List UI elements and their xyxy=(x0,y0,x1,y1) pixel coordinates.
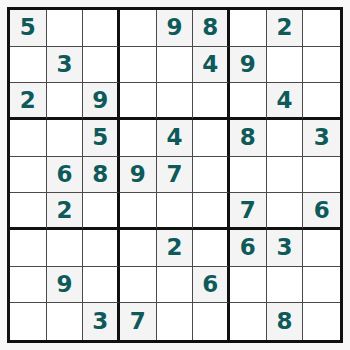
cell-r2c3[interactable] xyxy=(83,47,120,84)
cell-r4c9[interactable]: 3 xyxy=(303,120,340,157)
cell-r8c7[interactable] xyxy=(230,267,267,304)
cell-r5c7[interactable] xyxy=(230,157,267,194)
cell-r1c8[interactable]: 2 xyxy=(267,10,304,47)
cell-r2c7[interactable]: 9 xyxy=(230,47,267,84)
cell-r6c4[interactable] xyxy=(120,193,157,230)
cell-r4c1[interactable] xyxy=(10,120,47,157)
cell-r4c7[interactable]: 8 xyxy=(230,120,267,157)
cell-r4c2[interactable] xyxy=(47,120,84,157)
cell-r2c2[interactable]: 3 xyxy=(47,47,84,84)
cell-r4c8[interactable] xyxy=(267,120,304,157)
cell-r6c8[interactable] xyxy=(267,193,304,230)
cell-r5c2[interactable]: 6 xyxy=(47,157,84,194)
cell-r6c3[interactable] xyxy=(83,193,120,230)
cell-r5c9[interactable] xyxy=(303,157,340,194)
cell-r6c2[interactable]: 2 xyxy=(47,193,84,230)
cell-r9c4[interactable]: 7 xyxy=(120,303,157,340)
cell-r7c2[interactable] xyxy=(47,230,84,267)
cell-r2c5[interactable] xyxy=(157,47,194,84)
cell-r9c6[interactable] xyxy=(193,303,230,340)
cell-r1c2[interactable] xyxy=(47,10,84,47)
cell-r2c6[interactable]: 4 xyxy=(193,47,230,84)
cell-r3c3[interactable]: 9 xyxy=(83,83,120,120)
cell-r3c4[interactable] xyxy=(120,83,157,120)
cell-r6c7[interactable]: 7 xyxy=(230,193,267,230)
cell-r7c6[interactable] xyxy=(193,230,230,267)
cell-r3c7[interactable] xyxy=(230,83,267,120)
cell-r8c2[interactable]: 9 xyxy=(47,267,84,304)
cell-r2c1[interactable] xyxy=(10,47,47,84)
cell-r1c7[interactable] xyxy=(230,10,267,47)
cell-r3c6[interactable] xyxy=(193,83,230,120)
cell-r7c9[interactable] xyxy=(303,230,340,267)
cell-r8c8[interactable] xyxy=(267,267,304,304)
cell-r9c8[interactable]: 8 xyxy=(267,303,304,340)
cell-r2c4[interactable] xyxy=(120,47,157,84)
cell-r7c3[interactable] xyxy=(83,230,120,267)
cell-r8c6[interactable]: 6 xyxy=(193,267,230,304)
cell-r3c8[interactable]: 4 xyxy=(267,83,304,120)
cell-r1c4[interactable] xyxy=(120,10,157,47)
cell-r8c3[interactable] xyxy=(83,267,120,304)
cell-r6c9[interactable]: 6 xyxy=(303,193,340,230)
cell-r8c1[interactable] xyxy=(10,267,47,304)
cell-r3c9[interactable] xyxy=(303,83,340,120)
cell-r3c5[interactable] xyxy=(157,83,194,120)
cell-r5c1[interactable] xyxy=(10,157,47,194)
cell-r9c3[interactable]: 3 xyxy=(83,303,120,340)
cell-r7c8[interactable]: 3 xyxy=(267,230,304,267)
cell-r7c7[interactable]: 6 xyxy=(230,230,267,267)
cell-r3c1[interactable]: 2 xyxy=(10,83,47,120)
cell-r9c1[interactable] xyxy=(10,303,47,340)
sudoku-board: 59823492945483689727626396378 xyxy=(7,7,343,343)
cell-r8c9[interactable] xyxy=(303,267,340,304)
cell-r5c6[interactable] xyxy=(193,157,230,194)
cell-r8c4[interactable] xyxy=(120,267,157,304)
cell-r6c6[interactable] xyxy=(193,193,230,230)
cell-r2c9[interactable] xyxy=(303,47,340,84)
sudoku-page: { "game": "sudoku", "grid_size": "9x9", … xyxy=(0,0,350,350)
cell-r9c5[interactable] xyxy=(157,303,194,340)
cell-r9c7[interactable] xyxy=(230,303,267,340)
cell-r5c3[interactable]: 8 xyxy=(83,157,120,194)
cell-r6c5[interactable] xyxy=(157,193,194,230)
cell-r1c6[interactable]: 8 xyxy=(193,10,230,47)
cell-r5c4[interactable]: 9 xyxy=(120,157,157,194)
cell-r4c6[interactable] xyxy=(193,120,230,157)
cell-r1c1[interactable]: 5 xyxy=(10,10,47,47)
cell-r2c8[interactable] xyxy=(267,47,304,84)
cell-r1c5[interactable]: 9 xyxy=(157,10,194,47)
cell-r5c8[interactable] xyxy=(267,157,304,194)
cell-r1c3[interactable] xyxy=(83,10,120,47)
cell-r7c4[interactable] xyxy=(120,230,157,267)
cell-r9c9[interactable] xyxy=(303,303,340,340)
cell-r3c2[interactable] xyxy=(47,83,84,120)
cell-r1c9[interactable] xyxy=(303,10,340,47)
cell-r4c4[interactable] xyxy=(120,120,157,157)
cell-r9c2[interactable] xyxy=(47,303,84,340)
cell-r4c5[interactable]: 4 xyxy=(157,120,194,157)
cell-r7c5[interactable]: 2 xyxy=(157,230,194,267)
cell-r4c3[interactable]: 5 xyxy=(83,120,120,157)
cell-r8c5[interactable] xyxy=(157,267,194,304)
cell-r5c5[interactable]: 7 xyxy=(157,157,194,194)
cell-r6c1[interactable] xyxy=(10,193,47,230)
cell-r7c1[interactable] xyxy=(10,230,47,267)
